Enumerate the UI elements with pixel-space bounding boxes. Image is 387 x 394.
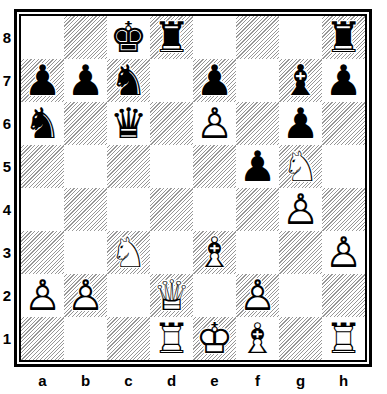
square-b7[interactable]: ♟ [64,59,107,102]
square-h2[interactable] [322,274,365,317]
square-a1[interactable] [21,317,64,360]
square-g7[interactable]: ♝ [279,59,322,102]
black-pawn-icon: ♟ [322,59,365,102]
board-frame: ♚♜♜♟♟♞♟♝♟♞♛♟♙♟♟♞♘♟♙♞♘♝♗♟♙♟♙♟♙♛♕♟♙♜♖♚♔♝♗♜… [14,9,372,367]
square-c2[interactable] [107,274,150,317]
white-pawn-icon: ♟♙ [322,231,365,274]
square-g1[interactable] [279,317,322,360]
square-f1[interactable]: ♝♗ [236,317,279,360]
square-a5[interactable] [21,145,64,188]
white-pawn-icon: ♟♙ [21,274,64,317]
square-d4[interactable] [150,188,193,231]
square-a7[interactable]: ♟ [21,59,64,102]
black-bishop-icon: ♝ [279,59,322,102]
black-queen-icon: ♛ [107,102,150,145]
white-king-icon: ♚♔ [193,317,236,360]
file-label-h: h [322,371,365,391]
black-knight-icon: ♞ [107,59,150,102]
square-c4[interactable] [107,188,150,231]
rank-label-7: 7 [0,59,14,102]
file-label-f: f [236,371,279,391]
file-label-d: d [150,371,193,391]
white-queen-icon: ♛♕ [150,274,193,317]
square-e1[interactable]: ♚♔ [193,317,236,360]
white-pawn-icon: ♟♙ [236,274,279,317]
square-d8[interactable]: ♜ [150,16,193,59]
white-knight-icon: ♞♘ [279,145,322,188]
square-d2[interactable]: ♛♕ [150,274,193,317]
square-d7[interactable] [150,59,193,102]
file-label-e: e [193,371,236,391]
square-g8[interactable] [279,16,322,59]
square-b5[interactable] [64,145,107,188]
square-f3[interactable] [236,231,279,274]
white-pawn-icon: ♟♙ [64,274,107,317]
rank-label-5: 5 [0,145,14,188]
chess-diagram: 87654321 ♚♜♜♟♟♞♟♝♟♞♛♟♙♟♟♞♘♟♙♞♘♝♗♟♙♟♙♟♙♛♕… [0,0,387,394]
square-h8[interactable]: ♜ [322,16,365,59]
square-f5[interactable]: ♟ [236,145,279,188]
black-pawn-icon: ♟ [279,102,322,145]
rank-label-2: 2 [0,274,14,317]
rank-label-8: 8 [0,16,14,59]
square-b6[interactable] [64,102,107,145]
square-a6[interactable]: ♞ [21,102,64,145]
board-border: ♚♜♜♟♟♞♟♝♟♞♛♟♙♟♟♞♘♟♙♞♘♝♗♟♙♟♙♟♙♛♕♟♙♜♖♚♔♝♗♜… [19,14,367,362]
black-rook-icon: ♜ [322,16,365,59]
square-e4[interactable] [193,188,236,231]
square-f4[interactable] [236,188,279,231]
square-d5[interactable] [150,145,193,188]
white-knight-icon: ♞♘ [107,231,150,274]
square-g5[interactable]: ♞♘ [279,145,322,188]
square-d3[interactable] [150,231,193,274]
square-b1[interactable] [64,317,107,360]
square-c6[interactable]: ♛ [107,102,150,145]
square-c1[interactable] [107,317,150,360]
file-label-b: b [64,371,107,391]
square-a4[interactable] [21,188,64,231]
square-f7[interactable] [236,59,279,102]
white-pawn-icon: ♟♙ [193,102,236,145]
black-pawn-icon: ♟ [193,59,236,102]
square-d6[interactable] [150,102,193,145]
file-label-g: g [279,371,322,391]
rank-label-6: 6 [0,102,14,145]
square-g4[interactable]: ♟♙ [279,188,322,231]
square-g2[interactable] [279,274,322,317]
rank-label-3: 3 [0,231,14,274]
square-b4[interactable] [64,188,107,231]
square-b2[interactable]: ♟♙ [64,274,107,317]
black-rook-icon: ♜ [150,16,193,59]
square-h1[interactable]: ♜♖ [322,317,365,360]
square-f2[interactable]: ♟♙ [236,274,279,317]
square-e8[interactable] [193,16,236,59]
square-f8[interactable] [236,16,279,59]
square-a3[interactable] [21,231,64,274]
black-king-icon: ♚ [107,16,150,59]
square-a2[interactable]: ♟♙ [21,274,64,317]
white-rook-icon: ♜♖ [150,317,193,360]
square-g3[interactable] [279,231,322,274]
black-pawn-icon: ♟ [21,59,64,102]
square-f6[interactable] [236,102,279,145]
black-pawn-icon: ♟ [64,59,107,102]
white-bishop-icon: ♝♗ [236,317,279,360]
square-e3[interactable]: ♝♗ [193,231,236,274]
file-label-c: c [107,371,150,391]
rank-labels: 87654321 [0,16,14,360]
square-c3[interactable]: ♞♘ [107,231,150,274]
chess-board: ♚♜♜♟♟♞♟♝♟♞♛♟♙♟♟♞♘♟♙♞♘♝♗♟♙♟♙♟♙♛♕♟♙♜♖♚♔♝♗♜… [21,16,365,360]
square-d1[interactable]: ♜♖ [150,317,193,360]
square-e7[interactable]: ♟ [193,59,236,102]
rank-label-4: 4 [0,188,14,231]
square-c7[interactable]: ♞ [107,59,150,102]
white-bishop-icon: ♝♗ [193,231,236,274]
square-g6[interactable]: ♟ [279,102,322,145]
square-e2[interactable] [193,274,236,317]
square-h7[interactable]: ♟ [322,59,365,102]
square-h5[interactable] [322,145,365,188]
square-h3[interactable]: ♟♙ [322,231,365,274]
square-e5[interactable] [193,145,236,188]
file-label-a: a [21,371,64,391]
square-e6[interactable]: ♟♙ [193,102,236,145]
white-rook-icon: ♜♖ [322,317,365,360]
square-h4[interactable] [322,188,365,231]
square-h6[interactable] [322,102,365,145]
file-labels: abcdefgh [21,371,365,391]
black-pawn-icon: ♟ [236,145,279,188]
white-pawn-icon: ♟♙ [279,188,322,231]
rank-label-1: 1 [0,317,14,360]
square-c5[interactable] [107,145,150,188]
black-knight-icon: ♞ [21,102,64,145]
square-b8[interactable] [64,16,107,59]
square-c8[interactable]: ♚ [107,16,150,59]
square-b3[interactable] [64,231,107,274]
square-a8[interactable] [21,16,64,59]
